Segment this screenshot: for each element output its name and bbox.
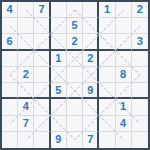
cell-r2c6[interactable] bbox=[83, 18, 99, 34]
given-digit: 3 bbox=[137, 36, 143, 47]
cell-r2c9[interactable] bbox=[132, 18, 148, 34]
cell-r7c9[interactable] bbox=[132, 99, 148, 115]
cell-r9c2[interactable] bbox=[18, 132, 34, 148]
cell-r5c1[interactable] bbox=[2, 67, 18, 83]
cell-r3c1[interactable]: 6 bbox=[2, 34, 18, 50]
cell-r1c9[interactable]: 2 bbox=[132, 2, 148, 18]
cell-r4c7[interactable] bbox=[99, 51, 115, 67]
cell-r2c5[interactable]: 5 bbox=[67, 18, 83, 34]
given-digit: 5 bbox=[71, 20, 77, 31]
cell-r8c8[interactable]: 4 bbox=[116, 116, 132, 132]
cell-r1c5[interactable] bbox=[67, 2, 83, 18]
cell-r3c9[interactable]: 3 bbox=[132, 34, 148, 50]
cell-r8c2[interactable]: 7 bbox=[18, 116, 34, 132]
cell-r8c6[interactable] bbox=[83, 116, 99, 132]
given-digit: 4 bbox=[120, 118, 126, 129]
given-digit: 9 bbox=[55, 134, 61, 145]
cell-r3c6[interactable] bbox=[83, 34, 99, 50]
cell-r8c9[interactable] bbox=[132, 116, 148, 132]
given-digit: 7 bbox=[23, 118, 29, 129]
cell-r6c2[interactable] bbox=[18, 83, 34, 99]
cell-r4c9[interactable] bbox=[132, 51, 148, 67]
cell-r8c3[interactable] bbox=[34, 116, 50, 132]
cell-r9c9[interactable] bbox=[132, 132, 148, 148]
given-digit: 2 bbox=[71, 36, 77, 47]
cell-r3c8[interactable] bbox=[116, 34, 132, 50]
given-digit: 8 bbox=[120, 69, 126, 80]
given-digit: 5 bbox=[55, 85, 61, 96]
sudoku-board: 47125623122859417497 bbox=[0, 0, 150, 150]
cell-r9c4[interactable]: 9 bbox=[51, 132, 67, 148]
cell-r9c3[interactable] bbox=[34, 132, 50, 148]
cell-r5c9[interactable] bbox=[132, 67, 148, 83]
cell-r2c2[interactable] bbox=[18, 18, 34, 34]
cell-r2c8[interactable] bbox=[116, 18, 132, 34]
cell-r1c1[interactable]: 4 bbox=[2, 2, 18, 18]
given-digit: 7 bbox=[38, 4, 44, 15]
cell-r6c7[interactable] bbox=[99, 83, 115, 99]
cell-r6c8[interactable] bbox=[116, 83, 132, 99]
cell-r4c6[interactable]: 2 bbox=[83, 51, 99, 67]
cell-r5c4[interactable] bbox=[51, 67, 67, 83]
given-digit: 4 bbox=[23, 101, 29, 112]
given-digit: 7 bbox=[87, 134, 93, 145]
cell-r6c4[interactable]: 5 bbox=[51, 83, 67, 99]
cell-r9c1[interactable] bbox=[2, 132, 18, 148]
cell-r7c4[interactable] bbox=[51, 99, 67, 115]
cell-r7c8[interactable]: 1 bbox=[116, 99, 132, 115]
cell-r5c6[interactable] bbox=[83, 67, 99, 83]
cell-r4c4[interactable]: 1 bbox=[51, 51, 67, 67]
cell-r3c3[interactable] bbox=[34, 34, 50, 50]
cell-r2c3[interactable] bbox=[34, 18, 50, 34]
cell-r1c6[interactable] bbox=[83, 2, 99, 18]
cell-r7c1[interactable] bbox=[2, 99, 18, 115]
cell-r2c4[interactable] bbox=[51, 18, 67, 34]
cell-r8c7[interactable] bbox=[99, 116, 115, 132]
cell-r4c5[interactable] bbox=[67, 51, 83, 67]
cell-r6c1[interactable] bbox=[2, 83, 18, 99]
cell-r4c8[interactable] bbox=[116, 51, 132, 67]
cell-r1c8[interactable] bbox=[116, 2, 132, 18]
cell-r5c7[interactable] bbox=[99, 67, 115, 83]
cell-r1c3[interactable]: 7 bbox=[34, 2, 50, 18]
cell-r5c5[interactable] bbox=[67, 67, 83, 83]
cell-r4c2[interactable] bbox=[18, 51, 34, 67]
given-digit: 2 bbox=[87, 53, 93, 64]
cell-r6c6[interactable]: 9 bbox=[83, 83, 99, 99]
cell-r8c1[interactable] bbox=[2, 116, 18, 132]
given-digit: 2 bbox=[137, 4, 143, 15]
cell-r7c7[interactable] bbox=[99, 99, 115, 115]
cell-r3c5[interactable]: 2 bbox=[67, 34, 83, 50]
cell-r9c6[interactable]: 7 bbox=[83, 132, 99, 148]
cell-r5c2[interactable]: 2 bbox=[18, 67, 34, 83]
cell-r8c5[interactable] bbox=[67, 116, 83, 132]
cell-r4c3[interactable] bbox=[34, 51, 50, 67]
given-digit: 4 bbox=[7, 4, 13, 15]
given-digit: 9 bbox=[87, 85, 93, 96]
cell-r5c8[interactable]: 8 bbox=[116, 67, 132, 83]
cell-r7c5[interactable] bbox=[67, 99, 83, 115]
cell-r6c9[interactable] bbox=[132, 83, 148, 99]
cell-r7c6[interactable] bbox=[83, 99, 99, 115]
cell-r5c3[interactable] bbox=[34, 67, 50, 83]
given-digit: 1 bbox=[55, 53, 61, 64]
given-digit: 6 bbox=[7, 36, 13, 47]
cell-r8c4[interactable] bbox=[51, 116, 67, 132]
cell-r2c1[interactable] bbox=[2, 18, 18, 34]
sudoku-grid: 47125623122859417497 bbox=[2, 2, 148, 148]
cell-r1c4[interactable] bbox=[51, 2, 67, 18]
given-digit: 1 bbox=[120, 101, 126, 112]
cell-r9c7[interactable] bbox=[99, 132, 115, 148]
cell-r2c7[interactable] bbox=[99, 18, 115, 34]
cell-r3c7[interactable] bbox=[99, 34, 115, 50]
cell-r6c5[interactable] bbox=[67, 83, 83, 99]
cell-r1c7[interactable]: 1 bbox=[99, 2, 115, 18]
cell-r1c2[interactable] bbox=[18, 2, 34, 18]
cell-r9c5[interactable] bbox=[67, 132, 83, 148]
cell-r6c3[interactable] bbox=[34, 83, 50, 99]
cell-r3c2[interactable] bbox=[18, 34, 34, 50]
cell-r3c4[interactable] bbox=[51, 34, 67, 50]
cell-r9c8[interactable] bbox=[116, 132, 132, 148]
cell-r7c2[interactable]: 4 bbox=[18, 99, 34, 115]
given-digit: 2 bbox=[23, 69, 29, 80]
cell-r7c3[interactable] bbox=[34, 99, 50, 115]
cell-r4c1[interactable] bbox=[2, 51, 18, 67]
given-digit: 1 bbox=[104, 4, 110, 15]
